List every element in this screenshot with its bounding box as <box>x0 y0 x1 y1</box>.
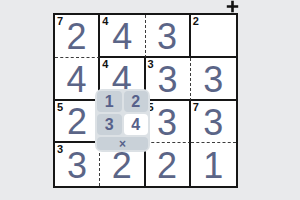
cell-r3c4[interactable]: 73 <box>191 101 236 144</box>
picker-option-3[interactable]: 3 <box>97 114 122 135</box>
picker-option-2[interactable]: 2 <box>124 91 149 112</box>
cell-r3c3[interactable]: 53 <box>146 101 191 144</box>
cell-value: 2 <box>157 148 177 184</box>
cell-r1c3[interactable]: 3 <box>146 15 191 58</box>
number-picker-popup: 1 2 3 4 × <box>95 89 150 152</box>
picker-option-4[interactable]: 4 <box>124 114 149 135</box>
cell-r4c1[interactable]: 33 <box>55 143 100 186</box>
cell-r2c3[interactable]: 33 <box>146 58 191 101</box>
cell-value: 3 <box>158 62 178 98</box>
cage-sum: 4 <box>102 58 108 70</box>
close-icon: × <box>119 138 126 150</box>
cell-value: 4 <box>112 19 132 55</box>
cell-value: 4 <box>67 62 87 98</box>
cell-value: 3 <box>157 19 177 55</box>
cage-sum: 2 <box>193 15 199 27</box>
cell-r1c2[interactable]: 44 <box>100 15 145 58</box>
killer-sudoku-screen: 72443244433352537333221 1 2 3 4 × <box>0 0 300 200</box>
cell-value: 2 <box>112 148 132 184</box>
cell-r1c1[interactable]: 72 <box>55 15 100 58</box>
cell-value: 2 <box>67 19 87 55</box>
picker-close-button[interactable]: × <box>97 137 148 150</box>
cell-r4c3[interactable]: 2 <box>146 143 191 186</box>
cage-sum: 5 <box>57 101 63 113</box>
cell-value: 1 <box>203 148 223 184</box>
cage-sum: 3 <box>57 143 63 155</box>
cell-value: 3 <box>203 62 223 98</box>
cell-value: 3 <box>157 105 177 141</box>
cage-sum: 4 <box>102 15 108 27</box>
cage-sum: 3 <box>148 58 154 70</box>
picker-option-1[interactable]: 1 <box>97 91 122 112</box>
cell-r3c1[interactable]: 52 <box>55 101 100 144</box>
cage-sum: 7 <box>193 101 199 113</box>
cell-r2c1[interactable]: 4 <box>55 58 100 101</box>
cell-r4c4[interactable]: 1 <box>191 143 236 186</box>
plus-icon <box>226 0 239 13</box>
cage-sum: 7 <box>57 15 63 27</box>
cell-r1c4[interactable]: 2 <box>191 15 236 58</box>
picker-options: 1 2 3 4 <box>97 91 148 135</box>
cell-value: 3 <box>203 105 223 141</box>
cell-value: 2 <box>67 104 87 140</box>
cell-r2c4[interactable]: 3 <box>191 58 236 101</box>
plus-button[interactable] <box>225 0 239 13</box>
cell-value: 3 <box>67 148 87 184</box>
